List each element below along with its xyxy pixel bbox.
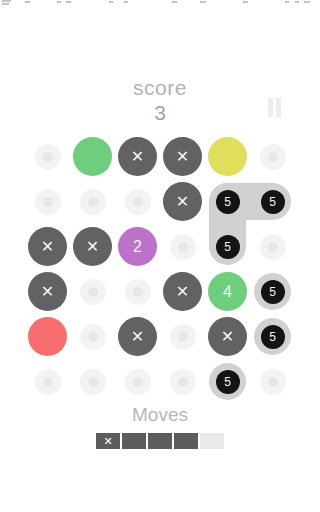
empty-slot <box>170 234 196 260</box>
dot-number: 2 <box>133 238 142 256</box>
chip-5[interactable]: 5 <box>216 190 240 214</box>
empty-slot-dot <box>178 242 188 252</box>
cell-r1c4: ✕ <box>160 134 205 179</box>
cell-r3c4 <box>160 224 205 269</box>
cell-r3c1: ✕ <box>25 224 70 269</box>
empty-slot <box>125 189 151 215</box>
statusbar-mark <box>57 1 61 3</box>
pause-icon <box>268 98 273 117</box>
cell-r6c4 <box>160 359 205 404</box>
moves-segment-filled <box>122 433 146 449</box>
game-board: ✕✕✕55✕✕25✕✕45✕✕55 <box>25 134 295 404</box>
cell-r4c2 <box>70 269 115 314</box>
statusbar-mark <box>304 1 310 3</box>
empty-slot-dot <box>133 197 143 207</box>
chip-number: 5 <box>224 195 231 209</box>
empty-slot-dot <box>43 152 53 162</box>
statusbar-mark <box>200 1 206 3</box>
cell-r2c5: 5 <box>205 179 250 224</box>
anchor-ring: 5 <box>254 273 291 310</box>
cell-r4c5: 4 <box>205 269 250 314</box>
moves-label: Moves <box>0 404 320 426</box>
bomb-dot[interactable]: ✕ <box>28 227 67 266</box>
empty-slot-dot <box>268 152 278 162</box>
empty-slot <box>35 369 61 395</box>
statusbar-mark <box>172 1 177 3</box>
empty-slot <box>80 279 106 305</box>
x-icon: ✕ <box>41 237 54 256</box>
empty-slot <box>170 324 196 350</box>
x-icon: ✕ <box>41 282 54 301</box>
empty-slot <box>125 369 151 395</box>
cell-r3c3: 2 <box>115 224 160 269</box>
x-icon: ✕ <box>103 435 112 448</box>
empty-slot <box>80 189 106 215</box>
statusbar-mark <box>124 1 128 3</box>
green-dot-4[interactable]: 4 <box>208 272 247 311</box>
chip-5[interactable]: 5 <box>216 235 240 259</box>
empty-slot <box>125 279 151 305</box>
empty-slot-dot <box>133 287 143 297</box>
cell-r6c2 <box>70 359 115 404</box>
x-icon: ✕ <box>131 327 144 346</box>
cell-r6c3 <box>115 359 160 404</box>
statusbar-mark <box>109 1 113 3</box>
yellow-dot[interactable] <box>208 137 247 176</box>
bomb-dot[interactable]: ✕ <box>73 227 112 266</box>
statusbar-mark <box>285 1 289 3</box>
cell-r5c5: ✕ <box>205 314 250 359</box>
empty-slot-dot <box>43 197 53 207</box>
statusbar-mark <box>295 1 299 3</box>
bomb-dot[interactable]: ✕ <box>118 137 157 176</box>
x-icon: ✕ <box>131 147 144 166</box>
red-dot[interactable] <box>28 317 67 356</box>
cell-r3c5: 5 <box>205 224 250 269</box>
cell-r5c1 <box>25 314 70 359</box>
moves-segment-filled <box>148 433 172 449</box>
anchor-ring: 5 <box>254 318 291 355</box>
bomb-dot[interactable]: ✕ <box>163 137 202 176</box>
x-icon: ✕ <box>221 327 234 346</box>
cell-r5c4 <box>160 314 205 359</box>
empty-slot-dot <box>178 332 188 342</box>
cell-r2c4: ✕ <box>160 179 205 224</box>
x-icon: ✕ <box>176 192 189 211</box>
game-screen: score 3 ✕✕✕55✕✕25✕✕45✕✕55 Moves ✕ <box>0 0 320 512</box>
bomb-dot[interactable]: ✕ <box>28 272 67 311</box>
chip-5[interactable]: 5 <box>261 280 285 304</box>
empty-slot-dot <box>88 197 98 207</box>
dot-number: 4 <box>223 283 232 301</box>
cell-r5c6: 5 <box>250 314 295 359</box>
chip-number: 5 <box>269 285 276 299</box>
empty-slot-dot <box>88 332 98 342</box>
empty-slot <box>80 324 106 350</box>
empty-slot-dot <box>43 377 53 387</box>
chip-5[interactable]: 5 <box>261 325 285 349</box>
empty-slot <box>260 234 286 260</box>
bomb-dot[interactable]: ✕ <box>208 317 247 356</box>
empty-slot-dot <box>268 242 278 252</box>
cell-r1c3: ✕ <box>115 134 160 179</box>
cell-r2c6: 5 <box>250 179 295 224</box>
cell-r2c3 <box>115 179 160 224</box>
empty-slot <box>35 189 61 215</box>
empty-slot <box>170 369 196 395</box>
purple-dot-2[interactable]: 2 <box>118 227 157 266</box>
chip-number: 5 <box>269 330 276 344</box>
cell-r2c2 <box>70 179 115 224</box>
x-icon: ✕ <box>176 282 189 301</box>
statusbar-mark <box>243 1 248 3</box>
moves-segment-filled <box>174 433 198 449</box>
statusbar-mark <box>2 0 11 2</box>
cell-r4c6: 5 <box>250 269 295 314</box>
cell-r4c4: ✕ <box>160 269 205 314</box>
moves-segment-empty <box>200 433 224 449</box>
statusbar-mark <box>66 1 71 3</box>
empty-slot-dot <box>88 377 98 387</box>
cell-r6c6 <box>250 359 295 404</box>
cell-r5c2 <box>70 314 115 359</box>
cell-r4c3 <box>115 269 160 314</box>
green-dot[interactable] <box>73 137 112 176</box>
bomb-dot[interactable]: ✕ <box>163 272 202 311</box>
empty-slot <box>260 144 286 170</box>
cell-r1c1 <box>25 134 70 179</box>
chip-number: 5 <box>269 195 276 209</box>
cell-r3c2: ✕ <box>70 224 115 269</box>
bomb-dot[interactable]: ✕ <box>163 182 202 221</box>
chip-5[interactable]: 5 <box>261 190 285 214</box>
empty-slot-dot <box>178 377 188 387</box>
chip-number: 5 <box>224 375 231 389</box>
cell-r1c5 <box>205 134 250 179</box>
empty-slot <box>35 144 61 170</box>
empty-slot <box>80 369 106 395</box>
anchor-ring: 5 <box>209 363 246 400</box>
statusbar-mark <box>2 3 9 5</box>
cell-r1c6 <box>250 134 295 179</box>
bomb-dot[interactable]: ✕ <box>118 317 157 356</box>
x-icon: ✕ <box>86 237 99 256</box>
moves-bar: ✕ <box>96 433 224 449</box>
cell-r4c1: ✕ <box>25 269 70 314</box>
cell-r6c5: 5 <box>205 359 250 404</box>
empty-slot <box>260 369 286 395</box>
empty-slot-dot <box>88 287 98 297</box>
cell-r3c6 <box>250 224 295 269</box>
moves-segment-filled: ✕ <box>96 433 120 449</box>
cell-r6c1 <box>25 359 70 404</box>
cell-r5c3: ✕ <box>115 314 160 359</box>
cell-r1c2 <box>70 134 115 179</box>
empty-slot-dot <box>133 377 143 387</box>
pause-icon <box>276 98 281 117</box>
pause-button[interactable] <box>262 94 288 120</box>
empty-slot-dot <box>268 377 278 387</box>
chip-number: 5 <box>224 240 231 254</box>
x-icon: ✕ <box>176 147 189 166</box>
cell-r2c1 <box>25 179 70 224</box>
statusbar-mark <box>25 1 30 3</box>
chip-5[interactable]: 5 <box>216 370 240 394</box>
